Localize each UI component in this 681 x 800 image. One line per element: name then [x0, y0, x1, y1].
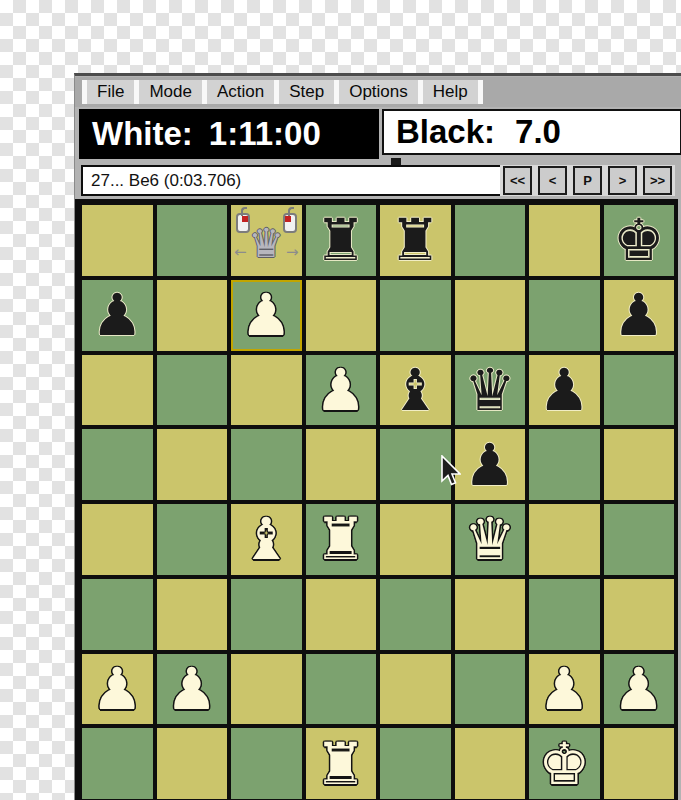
square-e5[interactable]: [380, 429, 451, 500]
white-rook-d4: ♜: [315, 510, 367, 568]
square-g4[interactable]: [529, 504, 600, 575]
square-g8[interactable]: [529, 205, 600, 276]
black-rook-e8: ♜: [389, 211, 441, 269]
left-mouse-button-icon: [236, 213, 250, 233]
square-d4[interactable]: ♜: [306, 504, 377, 575]
forward-to-end-button[interactable]: >>: [643, 166, 672, 195]
square-d1[interactable]: ♜: [306, 728, 377, 799]
square-h6[interactable]: [604, 355, 675, 426]
square-d3[interactable]: [306, 579, 377, 650]
square-e3[interactable]: [380, 579, 451, 650]
pause-button[interactable]: P: [573, 166, 602, 195]
square-g3[interactable]: [529, 579, 600, 650]
square-c5[interactable]: [231, 429, 302, 500]
white-king-g1: ♚: [538, 735, 590, 793]
white-pawn-h2: ♟: [613, 660, 665, 718]
square-e8[interactable]: ♜: [380, 205, 451, 276]
back-button[interactable]: <: [538, 166, 567, 195]
square-c6[interactable]: [231, 355, 302, 426]
chess-board: ♛←→♜♜♚♟♟♟♟♝♛♟♟♝♜♛♟♟♟♟♜♚: [75, 199, 678, 800]
square-b5[interactable]: [157, 429, 228, 500]
white-pawn-b2: ♟: [166, 660, 218, 718]
square-a1[interactable]: [82, 728, 153, 799]
square-d6[interactable]: ♟: [306, 355, 377, 426]
rewind-to-start-button[interactable]: <<: [503, 166, 532, 195]
clock-panel: White: 1:11:00 Black: 7.0: [79, 109, 681, 159]
square-b2[interactable]: ♟: [157, 654, 228, 725]
menu-bar: FileModeActionStepOptionsHelp: [75, 77, 681, 107]
square-c7[interactable]: ♟: [231, 280, 302, 351]
white-pawn-a2: ♟: [91, 660, 143, 718]
square-g7[interactable]: [529, 280, 600, 351]
promotion-queen-icon: ♛: [248, 223, 284, 263]
square-h4[interactable]: [604, 504, 675, 575]
square-h8[interactable]: ♚: [604, 205, 675, 276]
square-b4[interactable]: [157, 504, 228, 575]
square-e2[interactable]: [380, 654, 451, 725]
square-f1[interactable]: [455, 728, 526, 799]
black-king-h8: ♚: [613, 211, 665, 269]
white-pawn-g2: ♟: [538, 660, 590, 718]
move-message-field: 27... Be6 (0:03.706): [81, 165, 521, 196]
square-f3[interactable]: [455, 579, 526, 650]
menu-item-file[interactable]: File: [87, 80, 134, 104]
menu-item-action[interactable]: Action: [207, 80, 274, 104]
square-d2[interactable]: [306, 654, 377, 725]
black-queen-f6: ♛: [464, 361, 516, 419]
square-a5[interactable]: [82, 429, 153, 500]
square-a6[interactable]: [82, 355, 153, 426]
red-mouse-button: [285, 216, 291, 222]
left-arrow-icon: ←: [234, 245, 247, 260]
square-f7[interactable]: [455, 280, 526, 351]
black-pawn-f5: ♟: [464, 436, 516, 494]
white-pawn-c7: ♟: [240, 286, 292, 344]
square-c2[interactable]: [231, 654, 302, 725]
white-clock: White: 1:11:00: [79, 109, 379, 159]
square-b7[interactable]: [157, 280, 228, 351]
square-e7[interactable]: [380, 280, 451, 351]
promotion-cursor: ♛←→: [231, 205, 302, 276]
white-pawn-d6: ♟: [315, 361, 367, 419]
black-rook-d8: ♜: [315, 211, 367, 269]
red-mouse-button: [242, 216, 248, 222]
square-c3[interactable]: [231, 579, 302, 650]
nav-button-strip: <<<P>>>: [500, 165, 675, 196]
chess-app-window: FileModeActionStepOptionsHelp White: 1:1…: [74, 73, 681, 800]
square-e4[interactable]: [380, 504, 451, 575]
menu-item-step[interactable]: Step: [279, 80, 334, 104]
black-pawn-a7: ♟: [91, 286, 143, 344]
white-queen-f4: ♛: [464, 510, 516, 568]
right-mouse-button-icon: [283, 213, 297, 233]
square-f8[interactable]: [455, 205, 526, 276]
square-g5[interactable]: [529, 429, 600, 500]
square-f6[interactable]: ♛: [455, 355, 526, 426]
square-h5[interactable]: [604, 429, 675, 500]
square-b1[interactable]: [157, 728, 228, 799]
square-h2[interactable]: ♟: [604, 654, 675, 725]
menu-item-options[interactable]: Options: [339, 80, 418, 104]
square-a3[interactable]: [82, 579, 153, 650]
black-clock: Black: 7.0: [382, 109, 681, 155]
square-h7[interactable]: ♟: [604, 280, 675, 351]
square-a4[interactable]: [82, 504, 153, 575]
square-e6[interactable]: ♝: [380, 355, 451, 426]
white-clock-time: 1:11:00: [209, 115, 321, 153]
square-b8[interactable]: [157, 205, 228, 276]
square-f4[interactable]: ♛: [455, 504, 526, 575]
right-arrow-icon: →: [286, 245, 299, 260]
square-g6[interactable]: ♟: [529, 355, 600, 426]
black-pawn-h7: ♟: [613, 286, 665, 344]
screenshot-root: { "menu": { "items": [ {"label": "File"}…: [0, 0, 681, 800]
square-c1[interactable]: [231, 728, 302, 799]
white-rook-d1: ♜: [315, 735, 367, 793]
square-d7[interactable]: [306, 280, 377, 351]
square-b6[interactable]: [157, 355, 228, 426]
move-row: 27... Be6 (0:03.706) <<<P>>>: [81, 165, 678, 197]
black-bishop-e6: ♝: [389, 361, 441, 419]
menu-separator: [478, 80, 483, 104]
square-g1[interactable]: ♚: [529, 728, 600, 799]
menu-item-help[interactable]: Help: [423, 80, 478, 104]
square-e1[interactable]: [380, 728, 451, 799]
square-a8[interactable]: [82, 205, 153, 276]
square-c8[interactable]: ♛←→: [231, 205, 302, 276]
square-f2[interactable]: [455, 654, 526, 725]
square-d8[interactable]: ♜: [306, 205, 377, 276]
square-h1[interactable]: [604, 728, 675, 799]
square-h3[interactable]: [604, 579, 675, 650]
forward-button[interactable]: >: [608, 166, 637, 195]
square-a7[interactable]: ♟: [82, 280, 153, 351]
square-d5[interactable]: [306, 429, 377, 500]
white-clock-label: White:: [92, 115, 193, 153]
black-clock-time: 7.0: [515, 113, 561, 151]
black-pawn-g6: ♟: [538, 361, 590, 419]
menu-item-mode[interactable]: Mode: [139, 80, 202, 104]
square-b3[interactable]: [157, 579, 228, 650]
square-c4[interactable]: ♝: [231, 504, 302, 575]
black-clock-label: Black:: [396, 113, 495, 151]
square-a2[interactable]: ♟: [82, 654, 153, 725]
white-bishop-c4: ♝: [240, 510, 292, 568]
square-g2[interactable]: ♟: [529, 654, 600, 725]
square-f5[interactable]: ♟: [455, 429, 526, 500]
